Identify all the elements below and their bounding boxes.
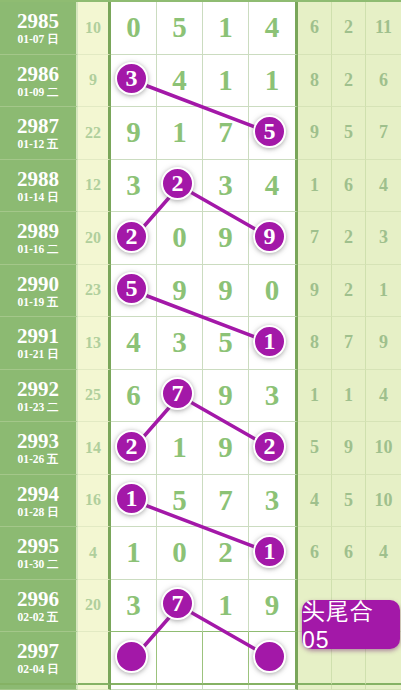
issue-date: 01-26 五 bbox=[17, 453, 58, 465]
stat-cell: 5 bbox=[332, 107, 366, 160]
issue-cell: 2985 01-07 日 bbox=[0, 2, 78, 55]
stat-cell: 1 bbox=[366, 265, 401, 318]
stat-cell: 4 bbox=[366, 527, 401, 580]
digit-cell: 9 bbox=[249, 580, 298, 633]
sum-cell: 23 bbox=[78, 265, 111, 318]
sum-cell: 20 bbox=[78, 212, 111, 265]
sum-cell: 9 bbox=[78, 55, 111, 108]
digit-cell bbox=[111, 265, 157, 318]
table-row: 2987 01-12 五 22 9 1 7 9 5 7 bbox=[0, 107, 401, 160]
digit-cell bbox=[249, 422, 298, 475]
issue-number: 2985 bbox=[17, 10, 59, 32]
stat-cell: 10 bbox=[366, 422, 401, 475]
badge-label: 头尾合05 bbox=[302, 596, 400, 654]
sum-cell: 13 bbox=[78, 317, 111, 370]
stat-cell: 4 bbox=[298, 475, 332, 528]
stat-cell: 6 bbox=[332, 160, 366, 213]
issue-date: 01-16 二 bbox=[17, 243, 58, 255]
digit-cell bbox=[111, 632, 157, 685]
issue-number: 2986 bbox=[17, 63, 59, 85]
table-row: 2991 01-21 日 13 4 3 5 8 7 9 bbox=[0, 317, 401, 370]
issue-cell: 2989 01-16 二 bbox=[0, 212, 78, 265]
stat-cell: 2 bbox=[332, 212, 366, 265]
issue-cell: 2986 01-09 二 bbox=[0, 55, 78, 108]
digit-cell bbox=[111, 55, 157, 108]
digit-cell: 1 bbox=[203, 55, 249, 108]
issue-cell: 2990 01-19 五 bbox=[0, 265, 78, 318]
issue-cell bbox=[0, 685, 78, 690]
digit-cell: 9 bbox=[203, 265, 249, 318]
digit-cell: 1 bbox=[203, 2, 249, 55]
sum-cell: 16 bbox=[78, 475, 111, 528]
stat-cell: 9 bbox=[298, 107, 332, 160]
digit-cell: 1 bbox=[111, 527, 157, 580]
digit-cell bbox=[203, 685, 249, 690]
table-row: 2992 01-23 二 25 6 9 3 1 1 4 bbox=[0, 370, 401, 423]
sum-cell: 20 bbox=[78, 580, 111, 633]
digit-cell: 4 bbox=[111, 317, 157, 370]
table-row: 2986 01-09 二 9 4 1 1 8 2 6 bbox=[0, 55, 401, 108]
issue-date: 01-09 二 bbox=[17, 86, 58, 98]
stat-cell: 7 bbox=[332, 317, 366, 370]
digit-cell: 1 bbox=[249, 55, 298, 108]
stat-cell: 1 bbox=[332, 370, 366, 423]
issue-number: 2996 bbox=[17, 588, 59, 610]
digit-cell: 1 bbox=[203, 580, 249, 633]
trend-table: 2985 01-07 日 10 0 5 1 4 6 2 11 2986 01-0… bbox=[0, 2, 401, 690]
issue-number: 2995 bbox=[17, 535, 59, 557]
issue-date: 02-04 日 bbox=[17, 663, 58, 675]
stat-cell: 8 bbox=[298, 317, 332, 370]
digit-cell: 4 bbox=[157, 55, 203, 108]
digit-cell bbox=[249, 212, 298, 265]
digit-cell: 4 bbox=[249, 2, 298, 55]
table-row: 2989 01-16 二 20 0 9 7 2 3 bbox=[0, 212, 401, 265]
digit-cell: 9 bbox=[203, 212, 249, 265]
issue-cell: 2987 01-12 五 bbox=[0, 107, 78, 160]
issue-date: 01-30 二 bbox=[17, 558, 58, 570]
digit-cell: 0 bbox=[157, 212, 203, 265]
digit-cell: 0 bbox=[157, 527, 203, 580]
digit-cell bbox=[111, 422, 157, 475]
sum-cell bbox=[78, 685, 111, 690]
digit-cell: 3 bbox=[249, 475, 298, 528]
stat-cell: 6 bbox=[366, 55, 401, 108]
stat-cell: 10 bbox=[366, 475, 401, 528]
table-row bbox=[0, 685, 401, 690]
digit-cell: 9 bbox=[157, 265, 203, 318]
digit-cell: 5 bbox=[157, 475, 203, 528]
digit-cell: 3 bbox=[203, 160, 249, 213]
issue-number: 2993 bbox=[17, 430, 59, 452]
issue-date: 01-23 二 bbox=[17, 401, 58, 413]
digit-cell bbox=[157, 370, 203, 423]
table-row: 2993 01-26 五 14 1 9 5 9 10 bbox=[0, 422, 401, 475]
sum-cell: 25 bbox=[78, 370, 111, 423]
issue-cell: 2991 01-21 日 bbox=[0, 317, 78, 370]
digit-cell bbox=[249, 107, 298, 160]
issue-date: 02-02 五 bbox=[17, 611, 58, 623]
digit-cell: 9 bbox=[203, 422, 249, 475]
table-row: 2995 01-30 二 4 1 0 2 6 6 4 bbox=[0, 527, 401, 580]
digit-cell bbox=[249, 317, 298, 370]
digit-cell: 6 bbox=[111, 370, 157, 423]
issue-cell: 2996 02-02 五 bbox=[0, 580, 78, 633]
digit-cell bbox=[249, 685, 298, 690]
lottery-trend-chart: 2985 01-07 日 10 0 5 1 4 6 2 11 2986 01-0… bbox=[0, 0, 401, 690]
issue-cell: 2992 01-23 二 bbox=[0, 370, 78, 423]
stat-cell: 2 bbox=[332, 2, 366, 55]
issue-cell: 2988 01-14 日 bbox=[0, 160, 78, 213]
stat-cell: 1 bbox=[298, 370, 332, 423]
issue-date: 01-14 日 bbox=[17, 191, 58, 203]
head-tail-sum-badge: 头尾合05 bbox=[302, 600, 400, 649]
digit-cell: 5 bbox=[157, 2, 203, 55]
sum-cell bbox=[78, 632, 111, 685]
stat-cell: 6 bbox=[298, 2, 332, 55]
digit-cell bbox=[249, 632, 298, 685]
digit-cell: 3 bbox=[249, 370, 298, 423]
stat-cell: 9 bbox=[298, 265, 332, 318]
stat-cell: 6 bbox=[332, 527, 366, 580]
stat-cell: 5 bbox=[298, 422, 332, 475]
digit-cell: 5 bbox=[203, 317, 249, 370]
issue-cell: 2995 01-30 二 bbox=[0, 527, 78, 580]
issue-number: 2989 bbox=[17, 220, 59, 242]
issue-cell: 2997 02-04 日 bbox=[0, 632, 78, 685]
issue-number: 2987 bbox=[17, 115, 59, 137]
digit-cell: 1 bbox=[157, 422, 203, 475]
table-row: 2994 01-28 日 16 5 7 3 4 5 10 bbox=[0, 475, 401, 528]
digit-cell bbox=[157, 160, 203, 213]
issue-cell: 2993 01-26 五 bbox=[0, 422, 78, 475]
issue-number: 2997 bbox=[17, 640, 59, 662]
digit-cell bbox=[249, 527, 298, 580]
digit-cell: 9 bbox=[111, 107, 157, 160]
issue-number: 2988 bbox=[17, 168, 59, 190]
table-row: 2985 01-07 日 10 0 5 1 4 6 2 11 bbox=[0, 2, 401, 55]
stat-cell: 2 bbox=[332, 265, 366, 318]
table-row: 2990 01-19 五 23 9 9 0 9 2 1 bbox=[0, 265, 401, 318]
stat-cell bbox=[332, 685, 366, 690]
digit-cell: 1 bbox=[157, 107, 203, 160]
issue-date: 01-12 五 bbox=[17, 138, 58, 150]
digit-cell: 7 bbox=[203, 475, 249, 528]
sum-cell: 14 bbox=[78, 422, 111, 475]
stat-cell: 4 bbox=[366, 370, 401, 423]
digit-cell bbox=[203, 632, 249, 685]
digit-cell bbox=[111, 475, 157, 528]
table-row: 2988 01-14 日 12 3 3 4 1 6 4 bbox=[0, 160, 401, 213]
stat-cell: 5 bbox=[332, 475, 366, 528]
digit-cell bbox=[157, 632, 203, 685]
sum-cell: 22 bbox=[78, 107, 111, 160]
stat-cell: 9 bbox=[332, 422, 366, 475]
stat-cell: 1 bbox=[298, 160, 332, 213]
stat-cell: 7 bbox=[298, 212, 332, 265]
stat-cell bbox=[366, 685, 401, 690]
issue-cell: 2994 01-28 日 bbox=[0, 475, 78, 528]
stat-cell: 8 bbox=[298, 55, 332, 108]
stat-cell bbox=[298, 685, 332, 690]
digit-cell: 7 bbox=[203, 107, 249, 160]
issue-date: 01-07 日 bbox=[17, 33, 58, 45]
issue-date: 01-19 五 bbox=[17, 296, 58, 308]
stat-cell: 9 bbox=[366, 317, 401, 370]
digit-cell: 3 bbox=[111, 160, 157, 213]
digit-cell bbox=[157, 685, 203, 690]
stat-cell: 2 bbox=[332, 55, 366, 108]
sum-cell: 4 bbox=[78, 527, 111, 580]
issue-date: 01-28 日 bbox=[17, 506, 58, 518]
digit-cell: 0 bbox=[111, 2, 157, 55]
stat-cell: 11 bbox=[366, 2, 401, 55]
digit-cell: 3 bbox=[111, 580, 157, 633]
digit-cell: 0 bbox=[249, 265, 298, 318]
digit-cell bbox=[111, 685, 157, 690]
issue-number: 2994 bbox=[17, 483, 59, 505]
stat-cell: 3 bbox=[366, 212, 401, 265]
sum-cell: 10 bbox=[78, 2, 111, 55]
digit-cell bbox=[111, 212, 157, 265]
stat-cell: 4 bbox=[366, 160, 401, 213]
issue-date: 01-21 日 bbox=[17, 348, 58, 360]
digit-cell: 3 bbox=[157, 317, 203, 370]
issue-number: 2991 bbox=[17, 325, 59, 347]
stat-cell: 6 bbox=[298, 527, 332, 580]
sum-cell: 12 bbox=[78, 160, 111, 213]
issue-number: 2990 bbox=[17, 273, 59, 295]
digit-cell: 4 bbox=[249, 160, 298, 213]
digit-cell: 2 bbox=[203, 527, 249, 580]
stat-cell: 7 bbox=[366, 107, 401, 160]
issue-number: 2992 bbox=[17, 378, 59, 400]
digit-cell: 9 bbox=[203, 370, 249, 423]
digit-cell bbox=[157, 580, 203, 633]
